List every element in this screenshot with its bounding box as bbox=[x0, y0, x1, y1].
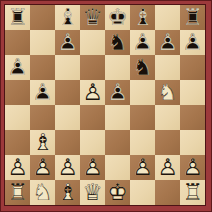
rook-glyph-outline: ♖ bbox=[180, 180, 205, 205]
black-pawn-h7[interactable]: ♟♙ bbox=[180, 30, 205, 55]
pawn-glyph-outline: ♙ bbox=[155, 30, 180, 55]
square-a2[interactable]: ♟♙ bbox=[5, 155, 30, 180]
square-a1[interactable]: ♜♖ bbox=[5, 180, 30, 205]
white-pawn-f2[interactable]: ♟♙ bbox=[130, 155, 155, 180]
square-a4[interactable] bbox=[5, 105, 30, 130]
square-d4[interactable] bbox=[80, 105, 105, 130]
square-c8[interactable]: ♝♗ bbox=[55, 5, 80, 30]
bishop-glyph-outline: ♗ bbox=[55, 5, 80, 30]
square-h1[interactable]: ♜♖ bbox=[180, 180, 205, 205]
square-c1[interactable]: ♝♗ bbox=[55, 180, 80, 205]
bishop-glyph-outline: ♗ bbox=[30, 130, 55, 155]
white-queen-d1[interactable]: ♛♕ bbox=[80, 180, 105, 205]
black-pawn-f7[interactable]: ♟♙ bbox=[130, 30, 155, 55]
square-b1[interactable]: ♞♘ bbox=[30, 180, 55, 205]
square-c7[interactable]: ♟♙ bbox=[55, 30, 80, 55]
square-h2[interactable]: ♟♙ bbox=[180, 155, 205, 180]
white-pawn-g2[interactable]: ♟♙ bbox=[155, 155, 180, 180]
square-c4[interactable] bbox=[55, 105, 80, 130]
black-queen-d8[interactable]: ♛♕ bbox=[80, 5, 105, 30]
square-c5[interactable] bbox=[55, 80, 80, 105]
king-glyph-outline: ♔ bbox=[105, 180, 130, 205]
white-pawn-h2[interactable]: ♟♙ bbox=[180, 155, 205, 180]
square-c2[interactable]: ♟♙ bbox=[55, 155, 80, 180]
chess-board: ♜♖♝♗♛♕♚♔♝♗♜♖♟♙♞♘♟♙♟♙♟♙♟♙♞♘♟♙♟♙♟♙♞♘♝♗♟♙♟♙… bbox=[5, 5, 205, 205]
square-a8[interactable]: ♜♖ bbox=[5, 5, 30, 30]
square-e6[interactable] bbox=[105, 55, 130, 80]
square-f8[interactable]: ♝♗ bbox=[130, 5, 155, 30]
white-pawn-d5[interactable]: ♟♙ bbox=[80, 80, 105, 105]
black-pawn-b5[interactable]: ♟♙ bbox=[30, 80, 55, 105]
square-f2[interactable]: ♟♙ bbox=[130, 155, 155, 180]
pawn-glyph-outline: ♙ bbox=[80, 80, 105, 105]
square-b7[interactable] bbox=[30, 30, 55, 55]
pawn-glyph-outline: ♙ bbox=[105, 80, 130, 105]
square-e8[interactable]: ♚♔ bbox=[105, 5, 130, 30]
square-d8[interactable]: ♛♕ bbox=[80, 5, 105, 30]
square-c6[interactable] bbox=[55, 55, 80, 80]
black-pawn-c7[interactable]: ♟♙ bbox=[55, 30, 80, 55]
square-e1[interactable]: ♚♔ bbox=[105, 180, 130, 205]
pawn-glyph-outline: ♙ bbox=[55, 155, 80, 180]
white-bishop-c1[interactable]: ♝♗ bbox=[55, 180, 80, 205]
square-h3[interactable] bbox=[180, 130, 205, 155]
white-pawn-c2[interactable]: ♟♙ bbox=[55, 155, 80, 180]
pawn-glyph-outline: ♙ bbox=[30, 155, 55, 180]
square-f3[interactable] bbox=[130, 130, 155, 155]
rook-glyph-outline: ♖ bbox=[5, 5, 30, 30]
square-a3[interactable] bbox=[5, 130, 30, 155]
white-knight-g5[interactable]: ♞♘ bbox=[155, 80, 180, 105]
square-b4[interactable] bbox=[30, 105, 55, 130]
square-d6[interactable] bbox=[80, 55, 105, 80]
black-bishop-f8[interactable]: ♝♗ bbox=[130, 5, 155, 30]
pawn-glyph-outline: ♙ bbox=[55, 30, 80, 55]
square-g3[interactable] bbox=[155, 130, 180, 155]
square-a7[interactable] bbox=[5, 30, 30, 55]
queen-glyph-outline: ♕ bbox=[80, 180, 105, 205]
pawn-glyph-outline: ♙ bbox=[180, 30, 205, 55]
square-g7[interactable]: ♟♙ bbox=[155, 30, 180, 55]
black-pawn-e5[interactable]: ♟♙ bbox=[105, 80, 130, 105]
square-d5[interactable]: ♟♙ bbox=[80, 80, 105, 105]
black-knight-f6[interactable]: ♞♘ bbox=[130, 55, 155, 80]
pawn-glyph-outline: ♙ bbox=[130, 155, 155, 180]
square-b8[interactable] bbox=[30, 5, 55, 30]
square-g6[interactable] bbox=[155, 55, 180, 80]
pawn-glyph-outline: ♙ bbox=[180, 155, 205, 180]
knight-glyph-outline: ♘ bbox=[30, 180, 55, 205]
square-d7[interactable] bbox=[80, 30, 105, 55]
square-h6[interactable] bbox=[180, 55, 205, 80]
square-b6[interactable] bbox=[30, 55, 55, 80]
white-rook-a1[interactable]: ♜♖ bbox=[5, 180, 30, 205]
queen-glyph-outline: ♕ bbox=[80, 5, 105, 30]
square-c3[interactable] bbox=[55, 130, 80, 155]
white-pawn-b2[interactable]: ♟♙ bbox=[30, 155, 55, 180]
white-knight-b1[interactable]: ♞♘ bbox=[30, 180, 55, 205]
black-bishop-c8[interactable]: ♝♗ bbox=[55, 5, 80, 30]
board-frame: ♜♖♝♗♛♕♚♔♝♗♜♖♟♙♞♘♟♙♟♙♟♙♟♙♞♘♟♙♟♙♟♙♞♘♝♗♟♙♟♙… bbox=[0, 0, 212, 212]
bishop-glyph-outline: ♗ bbox=[55, 180, 80, 205]
square-b2[interactable]: ♟♙ bbox=[30, 155, 55, 180]
square-e7[interactable]: ♞♘ bbox=[105, 30, 130, 55]
rook-glyph-outline: ♖ bbox=[180, 5, 205, 30]
square-f7[interactable]: ♟♙ bbox=[130, 30, 155, 55]
square-g1[interactable] bbox=[155, 180, 180, 205]
square-h4[interactable] bbox=[180, 105, 205, 130]
square-f5[interactable] bbox=[130, 80, 155, 105]
knight-glyph-outline: ♘ bbox=[105, 30, 130, 55]
square-e4[interactable] bbox=[105, 105, 130, 130]
square-d2[interactable]: ♟♙ bbox=[80, 155, 105, 180]
square-b3[interactable]: ♝♗ bbox=[30, 130, 55, 155]
pawn-glyph-outline: ♙ bbox=[5, 55, 30, 80]
pawn-glyph-outline: ♙ bbox=[5, 155, 30, 180]
rook-glyph-outline: ♖ bbox=[5, 180, 30, 205]
square-g8[interactable] bbox=[155, 5, 180, 30]
square-f1[interactable] bbox=[130, 180, 155, 205]
knight-glyph-outline: ♘ bbox=[130, 55, 155, 80]
chess-diagram: ♜♖♝♗♛♕♚♔♝♗♜♖♟♙♞♘♟♙♟♙♟♙♟♙♞♘♟♙♟♙♟♙♞♘♝♗♟♙♟♙… bbox=[0, 0, 212, 212]
black-pawn-a6[interactable]: ♟♙ bbox=[5, 55, 30, 80]
king-glyph-outline: ♔ bbox=[105, 5, 130, 30]
square-f4[interactable] bbox=[130, 105, 155, 130]
black-knight-e7[interactable]: ♞♘ bbox=[105, 30, 130, 55]
black-rook-h8[interactable]: ♜♖ bbox=[180, 5, 205, 30]
white-pawn-d2[interactable]: ♟♙ bbox=[80, 155, 105, 180]
square-d1[interactable]: ♛♕ bbox=[80, 180, 105, 205]
square-g5[interactable]: ♞♘ bbox=[155, 80, 180, 105]
black-rook-a8[interactable]: ♜♖ bbox=[5, 5, 30, 30]
square-h8[interactable]: ♜♖ bbox=[180, 5, 205, 30]
square-e2[interactable] bbox=[105, 155, 130, 180]
square-g4[interactable] bbox=[155, 105, 180, 130]
square-a5[interactable] bbox=[5, 80, 30, 105]
square-d3[interactable] bbox=[80, 130, 105, 155]
square-e5[interactable]: ♟♙ bbox=[105, 80, 130, 105]
white-pawn-a2[interactable]: ♟♙ bbox=[5, 155, 30, 180]
square-h7[interactable]: ♟♙ bbox=[180, 30, 205, 55]
white-rook-h1[interactable]: ♜♖ bbox=[180, 180, 205, 205]
pawn-glyph-outline: ♙ bbox=[130, 30, 155, 55]
knight-glyph-outline: ♘ bbox=[155, 80, 180, 105]
black-king-e8[interactable]: ♚♔ bbox=[105, 5, 130, 30]
white-king-e1[interactable]: ♚♔ bbox=[105, 180, 130, 205]
pawn-glyph-outline: ♙ bbox=[30, 80, 55, 105]
pawn-glyph-outline: ♙ bbox=[155, 155, 180, 180]
square-e3[interactable] bbox=[105, 130, 130, 155]
pawn-glyph-outline: ♙ bbox=[80, 155, 105, 180]
square-g2[interactable]: ♟♙ bbox=[155, 155, 180, 180]
bishop-glyph-outline: ♗ bbox=[130, 5, 155, 30]
square-h5[interactable] bbox=[180, 80, 205, 105]
square-a6[interactable]: ♟♙ bbox=[5, 55, 30, 80]
black-pawn-g7[interactable]: ♟♙ bbox=[155, 30, 180, 55]
square-f6[interactable]: ♞♘ bbox=[130, 55, 155, 80]
white-bishop-b3[interactable]: ♝♗ bbox=[30, 130, 55, 155]
square-b5[interactable]: ♟♙ bbox=[30, 80, 55, 105]
